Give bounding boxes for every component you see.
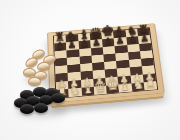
square-g5[interactable]: [128, 51, 141, 60]
square-e7[interactable]: ♟: [102, 38, 115, 46]
square-h4[interactable]: [141, 58, 154, 67]
square-e5[interactable]: [103, 53, 116, 62]
square-f5[interactable]: [115, 52, 128, 61]
white-draughts-disc[interactable]: [28, 77, 41, 86]
square-a6[interactable]: [55, 50, 67, 59]
square-a5[interactable]: [55, 58, 68, 67]
square-g1[interactable]: ♞: [131, 82, 144, 91]
black-pawn[interactable]: ♟: [90, 37, 103, 48]
black-draughts-disc[interactable]: [34, 103, 48, 113]
square-b5[interactable]: [67, 56, 80, 65]
black-pawn[interactable]: ♟: [78, 38, 91, 49]
black-draughts-disc[interactable]: [51, 93, 65, 103]
square-h1[interactable]: ♜: [143, 81, 157, 90]
square-d5[interactable]: [91, 54, 104, 63]
black-draughts-disc[interactable]: [20, 104, 34, 114]
chess-board: ♜♞♝♛♚♝♞♜♟♟♟♟♟♟♟♟♟♟♟♟♟♟♟♟♜♞♝♛♚♝♞♜: [47, 23, 165, 103]
black-pawn[interactable]: ♟: [138, 33, 151, 44]
square-f7[interactable]: ♟: [114, 37, 127, 45]
white-bishop[interactable]: ♝: [80, 81, 94, 95]
square-e1[interactable]: ♚: [106, 84, 119, 93]
square-d1[interactable]: ♛: [94, 86, 107, 95]
board-frame: ♜♞♝♛♚♝♞♜♟♟♟♟♟♟♟♟♟♟♟♟♟♟♟♟♜♞♝♛♚♝♞♜: [47, 23, 165, 103]
square-a7[interactable]: ♟: [54, 43, 66, 51]
square-g7[interactable]: ♟: [126, 36, 139, 44]
square-d7[interactable]: ♟: [90, 39, 103, 47]
white-knight[interactable]: ♞: [68, 84, 82, 97]
board-grid: ♜♞♝♛♚♝♞♜♟♟♟♟♟♟♟♟♟♟♟♟♟♟♟♟♜♞♝♛♚♝♞♜: [54, 28, 157, 98]
white-bishop[interactable]: ♝: [118, 78, 132, 92]
square-f6[interactable]: [115, 45, 128, 54]
square-e4[interactable]: [104, 61, 117, 70]
black-pawn[interactable]: ♟: [126, 34, 139, 45]
square-h7[interactable]: ♟: [138, 35, 151, 43]
square-b7[interactable]: ♟: [66, 42, 78, 50]
white-queen[interactable]: ♛: [93, 79, 107, 94]
square-b4[interactable]: [67, 64, 80, 73]
board-tilt-wrapper: ♜♞♝♛♚♝♞♜♟♟♟♟♟♟♟♟♟♟♟♟♟♟♟♟♜♞♝♛♚♝♞♜: [43, 1, 164, 122]
white-rook[interactable]: ♜: [143, 77, 157, 90]
black-pawn[interactable]: ♟: [66, 39, 79, 50]
square-c7[interactable]: ♟: [78, 41, 91, 49]
white-knight[interactable]: ♞: [131, 78, 145, 91]
square-c1[interactable]: ♝: [81, 87, 94, 96]
chess-set-photo: ♜♞♝♛♚♝♞♜♟♟♟♟♟♟♟♟♟♟♟♟♟♟♟♟♜♞♝♛♚♝♞♜: [0, 0, 180, 140]
square-a4[interactable]: [55, 65, 68, 74]
square-f1[interactable]: ♝: [119, 83, 132, 92]
square-h5[interactable]: [140, 50, 153, 59]
black-pawn[interactable]: ♟: [114, 35, 127, 46]
square-b1[interactable]: ♞: [69, 88, 82, 97]
